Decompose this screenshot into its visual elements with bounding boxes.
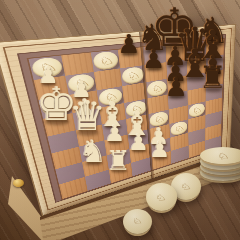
box-front-side (0, 0, 240, 240)
brass-clasp (13, 179, 24, 187)
chess-set-photo-scene: ♘♘♘♘♘♘♘♘♘♘♘ ♟♞♚♟♞♟♟♟♛♝♟♟♝♟♚♟♟♜♛♝♟♝♞♟♟♜♟ … (0, 0, 240, 240)
box-side-face (0, 0, 240, 240)
